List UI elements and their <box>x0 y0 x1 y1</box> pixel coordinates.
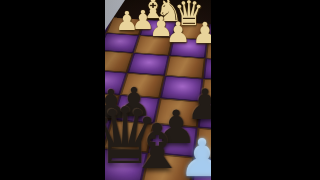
white-pawn-icon[interactable]: ♟ <box>164 19 192 47</box>
game-screen: ♟♟♝♟♞♟♛♟♟♟♟♟♛♝♟ <box>0 0 320 180</box>
scene-viewport: ♟♟♝♟♞♟♛♟♟♟♟♟♛♝♟ <box>105 0 211 180</box>
letterbox-left <box>0 0 105 180</box>
white-pawn-icon[interactable]: ♟ <box>114 8 140 34</box>
glass-pawn-icon[interactable]: ♟ <box>176 132 211 180</box>
letterbox-right <box>211 0 320 180</box>
white-pawn-icon[interactable]: ♟ <box>191 19 212 48</box>
pieces-layer: ♟♟♝♟♞♟♛♟♟♟♟♟♛♝♟ <box>105 0 211 180</box>
